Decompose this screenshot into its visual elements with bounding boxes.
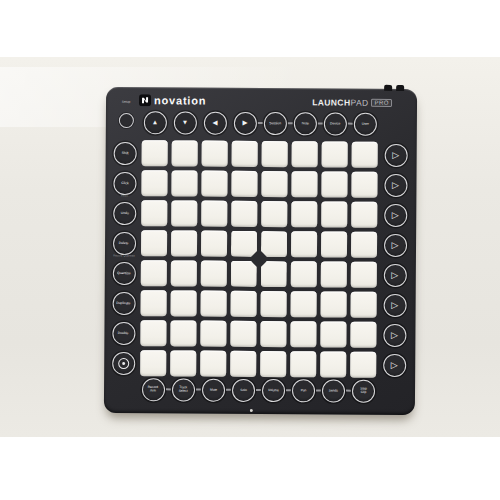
- top-cell: Note: [292, 112, 318, 134]
- bottom-button-label: Sends: [328, 389, 337, 393]
- bottom-button-label: Track Select: [179, 386, 188, 393]
- novation-mark-icon: [139, 94, 151, 106]
- play-icon: ▷: [392, 180, 399, 189]
- play-icon: ▷: [391, 270, 398, 279]
- pad-r5c7[interactable]: [321, 261, 347, 287]
- left-arrow-icon: ◀: [212, 119, 217, 126]
- right-button-play-row-8[interactable]: ▷: [383, 353, 406, 376]
- top-button-row: ▲▼◀▶SessionNoteDeviceUser: [142, 111, 378, 135]
- pad-grid: [140, 140, 378, 378]
- record-icon: [118, 358, 129, 369]
- pad-r7c5[interactable]: [260, 321, 286, 347]
- pad-r5c6[interactable]: [291, 261, 317, 287]
- left-button-record[interactable]: [112, 351, 135, 374]
- pad-r8c7[interactable]: [320, 351, 346, 377]
- left-cell: UndoRedo: [111, 200, 137, 226]
- pad-r3c1[interactable]: [141, 200, 167, 226]
- pad-r4c7[interactable]: [321, 231, 347, 257]
- pad-r4c1[interactable]: [141, 230, 167, 256]
- pad-r5c4[interactable]: [231, 261, 257, 287]
- pad-r3c2[interactable]: [171, 200, 197, 226]
- left-cell: Delete: [111, 230, 137, 256]
- top-cell: Device: [322, 112, 348, 134]
- pad-r6c8[interactable]: [351, 292, 377, 318]
- rear-port-nub: [384, 85, 392, 91]
- pad-r6c4[interactable]: [231, 291, 257, 317]
- left-button-label: Delete: [119, 241, 129, 245]
- top-button-session[interactable]: Session: [263, 112, 286, 135]
- pad-r1c7[interactable]: [322, 141, 348, 167]
- bottom-button-label: Mute: [209, 388, 217, 392]
- pad-r5c3[interactable]: [201, 261, 227, 287]
- pad-r6c6[interactable]: [291, 291, 317, 317]
- pad-r6c3[interactable]: [201, 291, 227, 317]
- right-cell: ▷: [381, 352, 407, 378]
- bottom-button-label: Stop Clip: [359, 387, 367, 394]
- pad-r3c3[interactable]: [201, 201, 227, 227]
- pad-r8c6[interactable]: [290, 351, 316, 377]
- right-button-play-row-6[interactable]: ▷: [383, 293, 406, 316]
- pad-r3c8[interactable]: [351, 202, 377, 228]
- pad-r4c6[interactable]: [291, 231, 317, 257]
- bottom-button-label: Record Arm: [148, 386, 158, 393]
- left-cell: Click: [111, 170, 137, 196]
- top-button-device[interactable]: Device: [323, 112, 346, 135]
- left-cell: Duplicate: [111, 290, 137, 316]
- right-cell: ▷: [382, 232, 408, 258]
- left-cell: Double: [110, 320, 136, 346]
- bottom-cell: Stop Clip: [350, 380, 376, 402]
- bottom-cell: Volume: [260, 379, 286, 401]
- pad-r4c4[interactable]: [231, 231, 257, 257]
- left-button-column: ShiftClickUndoRedoDeleteQuantiseRecord Q…: [110, 140, 138, 376]
- bottom-button-pan[interactable]: Pan: [291, 379, 314, 402]
- bottom-button-sends[interactable]: Sends: [321, 379, 344, 402]
- right-cell: ▷: [381, 322, 407, 348]
- left-button-delete[interactable]: Delete: [112, 231, 135, 254]
- pad-r2c4[interactable]: [231, 171, 257, 197]
- top-button-up[interactable]: ▲: [143, 111, 166, 134]
- left-button-shift[interactable]: Shift: [113, 141, 136, 164]
- left-button-duplicate[interactable]: Duplicate: [112, 291, 135, 314]
- pad-r5c1[interactable]: [141, 260, 167, 286]
- top-button-left[interactable]: ◀: [203, 111, 226, 134]
- top-button-note[interactable]: Note: [293, 112, 316, 135]
- left-button-click[interactable]: Click: [113, 171, 136, 194]
- right-cell: ▷: [382, 292, 408, 318]
- left-button-label: Shift: [120, 151, 129, 155]
- pad-r8c1[interactable]: [140, 350, 166, 376]
- top-cell: ▶: [232, 112, 258, 134]
- right-cell: ▷: [382, 172, 408, 198]
- pad-r2c8[interactable]: [351, 172, 377, 198]
- up-arrow-icon: ▲: [152, 119, 158, 126]
- shift-function-label: Redo: [108, 194, 140, 197]
- rear-port-nub: [396, 85, 404, 91]
- bottom-button-label: Pan: [299, 389, 307, 393]
- right-cell: ▷: [382, 262, 408, 288]
- left-button-label: Undo: [120, 211, 129, 215]
- pad-r3c5[interactable]: [261, 201, 287, 227]
- play-icon: ▷: [392, 240, 399, 249]
- bottom-button-solo[interactable]: Solo: [231, 378, 254, 401]
- pad-r7c4[interactable]: [230, 321, 256, 347]
- bottom-button-label: Volume: [268, 388, 279, 392]
- pad-r3c6[interactable]: [291, 201, 317, 227]
- top-cell: ◀: [202, 112, 228, 134]
- bottom-button-label: Solo: [239, 388, 247, 392]
- pad-r2c6[interactable]: [291, 171, 317, 197]
- bottom-cell: Pan: [290, 379, 316, 401]
- bottom-cell: Sends: [320, 379, 346, 401]
- top-button-label: Device: [330, 122, 340, 126]
- pad-r1c4[interactable]: [232, 141, 258, 167]
- right-button-play-row-7[interactable]: ▷: [383, 323, 406, 346]
- pad-r1c3[interactable]: [202, 141, 228, 167]
- pad-r8c8[interactable]: [350, 352, 376, 378]
- pad-r8c5[interactable]: [260, 351, 286, 377]
- bottom-cell: Track Select: [170, 378, 196, 400]
- top-cell: User: [352, 113, 378, 135]
- pad-r8c3[interactable]: [200, 351, 226, 377]
- pad-r4c5[interactable]: [261, 231, 287, 257]
- top-button-label: User: [360, 122, 369, 126]
- record-dot: [122, 362, 125, 365]
- setup-label: Setup: [114, 100, 138, 104]
- setup-control: Setup: [112, 100, 140, 128]
- product-badge: PRO: [371, 99, 392, 108]
- right-button-column: ▷▷▷▷▷▷▷▷: [381, 142, 409, 378]
- pad-r8c4[interactable]: [230, 351, 256, 377]
- play-icon: ▷: [391, 360, 398, 369]
- right-button-play-row-5[interactable]: ▷: [383, 263, 406, 286]
- left-button-undo[interactable]: Undo: [113, 201, 136, 224]
- bottom-cell: Solo: [230, 379, 256, 401]
- setup-button[interactable]: [118, 113, 133, 128]
- left-cell: Shift: [112, 140, 138, 166]
- pad-r4c3[interactable]: [201, 231, 227, 257]
- play-icon: ▷: [391, 300, 398, 309]
- product-name-light: PAD: [350, 98, 368, 108]
- pad-r2c7[interactable]: [321, 171, 347, 197]
- right-button-play-row-2[interactable]: ▷: [384, 173, 407, 196]
- bottom-button-stop-clip[interactable]: Stop Clip: [351, 379, 374, 402]
- pad-r6c2[interactable]: [171, 290, 197, 316]
- pad-r7c6[interactable]: [290, 321, 316, 347]
- left-cell: QuantiseRecord Quantise: [111, 260, 137, 286]
- left-button-label: Quantise: [117, 271, 130, 275]
- pad-r2c3[interactable]: [201, 171, 227, 197]
- pad-r1c8[interactable]: [352, 142, 378, 168]
- top-button-right[interactable]: ▶: [233, 111, 256, 134]
- shift-function-label: Record Quantise: [108, 254, 140, 257]
- launchpad-pro-device: Setup novation LAUNCH PAD PRO ▲▼◀▶Sessio…: [104, 87, 417, 415]
- pad-r7c7[interactable]: [320, 321, 346, 347]
- brand-text: novation: [154, 94, 206, 106]
- top-button-user[interactable]: User: [353, 112, 376, 135]
- left-button-double[interactable]: Double: [112, 321, 135, 344]
- right-cell: ▷: [382, 202, 408, 228]
- pad-r1c2[interactable]: [172, 140, 198, 166]
- top-button-label: Session: [269, 121, 281, 125]
- pad-r1c6[interactable]: [292, 141, 318, 167]
- play-icon: ▷: [392, 210, 399, 219]
- pad-r6c7[interactable]: [321, 291, 347, 317]
- pad-r1c5[interactable]: [262, 141, 288, 167]
- right-cell: ▷: [383, 142, 409, 168]
- left-button-quantise[interactable]: Quantise: [112, 261, 135, 284]
- pad-r5c8[interactable]: [351, 262, 377, 288]
- pad-r2c1[interactable]: [141, 170, 167, 196]
- left-button-label: Double: [118, 331, 129, 335]
- right-button-play-row-4[interactable]: ▷: [383, 233, 406, 256]
- right-button-play-row-3[interactable]: ▷: [384, 203, 407, 226]
- pad-r4c2[interactable]: [171, 230, 197, 256]
- top-cell: Session: [262, 112, 288, 134]
- pad-r4c8[interactable]: [351, 232, 377, 258]
- top-cell: ▼: [172, 111, 198, 133]
- pad-r7c3[interactable]: [200, 321, 226, 347]
- pad-r5c2[interactable]: [171, 260, 197, 286]
- left-button-label: Duplicate: [117, 301, 131, 305]
- left-button-label: Click: [120, 181, 129, 185]
- pad-r2c5[interactable]: [261, 171, 287, 197]
- top-cell: ▲: [142, 111, 168, 133]
- pad-r8c2[interactable]: [170, 350, 196, 376]
- pad-r7c8[interactable]: [350, 322, 376, 348]
- pad-r2c2[interactable]: [171, 170, 197, 196]
- pad-r6c5[interactable]: [261, 291, 287, 317]
- novation-logo: novation: [139, 93, 206, 107]
- down-arrow-icon: ▼: [182, 119, 188, 126]
- product-name-bold: LAUNCH: [312, 97, 350, 107]
- pad-r1c1[interactable]: [142, 140, 168, 166]
- bottom-button-row: Record ArmTrack SelectMuteSoloVolumePanS…: [140, 378, 376, 402]
- pad-r3c4[interactable]: [231, 201, 257, 227]
- bottom-button-record-arm[interactable]: Record Arm: [141, 378, 164, 401]
- pad-r7c2[interactable]: [170, 320, 196, 346]
- pad-r3c7[interactable]: [321, 201, 347, 227]
- bottom-button-volume[interactable]: Volume: [261, 379, 284, 402]
- bottom-button-mute[interactable]: Mute: [201, 378, 224, 401]
- play-icon: ▷: [391, 330, 398, 339]
- bottom-cell: Record Arm: [140, 378, 166, 400]
- top-button-label: Note: [300, 121, 309, 125]
- top-button-down[interactable]: ▼: [173, 111, 196, 134]
- pad-r5c5[interactable]: [261, 261, 287, 287]
- bottom-edge-highlight: [250, 409, 253, 412]
- right-arrow-icon: ▶: [242, 120, 247, 127]
- product-logo: LAUNCH PAD PRO: [312, 97, 392, 108]
- right-button-play-row-1[interactable]: ▷: [384, 143, 407, 166]
- left-cell: [110, 350, 136, 376]
- pad-r6c1[interactable]: [141, 290, 167, 316]
- pad-r7c1[interactable]: [140, 320, 166, 346]
- play-icon: ▷: [392, 150, 399, 159]
- bottom-button-track-select[interactable]: Track Select: [171, 378, 194, 401]
- bottom-cell: Mute: [200, 379, 226, 401]
